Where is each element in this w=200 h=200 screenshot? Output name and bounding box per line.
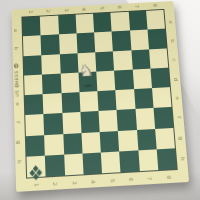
board-square bbox=[25, 114, 44, 135]
board-square bbox=[23, 36, 41, 56]
board-square bbox=[26, 135, 45, 157]
board-square bbox=[43, 93, 62, 114]
board-square bbox=[147, 29, 166, 49]
board-square bbox=[119, 150, 139, 172]
board-square bbox=[113, 50, 132, 70]
coord-label: 8 bbox=[152, 4, 157, 7]
coord-label: e bbox=[15, 102, 20, 105]
board-square bbox=[136, 128, 156, 150]
board-square bbox=[75, 14, 94, 34]
board-square bbox=[138, 149, 158, 171]
coord-label: a bbox=[13, 29, 18, 32]
board-square bbox=[44, 134, 63, 156]
board-square bbox=[40, 16, 58, 36]
board-square bbox=[58, 15, 77, 35]
coord-label: b bbox=[14, 47, 19, 50]
federation-emblem-icon: ✪ bbox=[13, 63, 20, 68]
board-square bbox=[130, 30, 149, 50]
board-square bbox=[81, 132, 101, 154]
board-square bbox=[132, 68, 151, 89]
playing-area bbox=[21, 9, 177, 179]
board-square bbox=[60, 72, 79, 93]
coord-label: 6 bbox=[117, 6, 122, 9]
board-square bbox=[25, 94, 44, 115]
coord-label: 5 bbox=[99, 7, 104, 10]
board-square bbox=[64, 153, 84, 175]
coord-label: f bbox=[15, 121, 20, 124]
board-square bbox=[44, 113, 63, 134]
knight-diamond-logo-icon: ❖ bbox=[28, 163, 44, 184]
board-square bbox=[152, 87, 172, 108]
board-square bbox=[80, 111, 99, 132]
board-square bbox=[59, 53, 78, 73]
federation-text: US CHESS bbox=[14, 70, 20, 97]
coord-label: 1 bbox=[28, 10, 33, 13]
coord-label: h bbox=[16, 160, 21, 164]
board-square bbox=[117, 109, 137, 130]
coord-label: 6 bbox=[128, 178, 133, 182]
board-square bbox=[62, 112, 81, 133]
coord-label: 8 bbox=[166, 176, 171, 180]
vinyl-mat: 12345678 12345678 abcdefgh abcdefgh ✪ US… bbox=[12, 1, 190, 192]
board-square bbox=[45, 154, 64, 176]
coord-label: 4 bbox=[90, 180, 95, 184]
board-square bbox=[63, 133, 82, 155]
board-square bbox=[118, 130, 138, 152]
board-square bbox=[22, 17, 40, 37]
board-square bbox=[156, 148, 176, 170]
board-square bbox=[61, 92, 80, 113]
coord-label: g bbox=[178, 137, 183, 141]
board-square bbox=[146, 10, 165, 30]
coord-label: h bbox=[180, 157, 185, 161]
coord-label: 3 bbox=[71, 181, 76, 185]
white-knight-piece: ♞ bbox=[78, 62, 94, 79]
chess-board: 12345678 12345678 abcdefgh abcdefgh ✪ US… bbox=[12, 1, 190, 192]
board-square bbox=[93, 13, 112, 33]
coord-label: g bbox=[16, 140, 21, 144]
board-square bbox=[155, 127, 175, 149]
coord-label: b bbox=[170, 39, 175, 42]
board-square bbox=[41, 35, 60, 55]
board-square bbox=[131, 49, 150, 69]
coord-label: 7 bbox=[134, 5, 139, 8]
board-square bbox=[101, 151, 121, 173]
board-square bbox=[114, 69, 133, 90]
coord-label: 2 bbox=[46, 9, 51, 12]
coord-label: 2 bbox=[52, 182, 57, 186]
board-square bbox=[112, 31, 131, 51]
board-square bbox=[150, 67, 170, 88]
board-square bbox=[59, 34, 78, 54]
board-square bbox=[24, 74, 43, 95]
coord-label: 5 bbox=[109, 179, 114, 183]
coord-label: c bbox=[171, 58, 176, 61]
board-square bbox=[76, 33, 95, 53]
board-square bbox=[82, 152, 102, 174]
board-square bbox=[111, 12, 130, 32]
board-square bbox=[149, 48, 168, 68]
board-square bbox=[153, 107, 173, 128]
board-square bbox=[96, 70, 115, 91]
board-square bbox=[128, 11, 147, 31]
board-square bbox=[95, 51, 114, 71]
coord-label: 4 bbox=[81, 7, 86, 10]
board-square bbox=[94, 32, 113, 52]
coord-label: 3 bbox=[64, 8, 69, 11]
board-square bbox=[41, 54, 60, 75]
coord-label: f bbox=[176, 117, 181, 120]
board-square bbox=[79, 91, 98, 112]
board-square bbox=[24, 55, 43, 76]
coord-label: 7 bbox=[147, 177, 152, 181]
coord-label: a bbox=[168, 21, 173, 24]
board-square bbox=[97, 90, 116, 111]
board-square bbox=[134, 88, 154, 109]
board-square bbox=[116, 89, 136, 110]
board-square bbox=[99, 110, 119, 131]
board-square bbox=[42, 73, 61, 94]
coord-label: d bbox=[173, 77, 178, 80]
coord-label: e bbox=[175, 97, 180, 100]
board-square bbox=[135, 108, 155, 129]
board-square bbox=[100, 131, 120, 153]
